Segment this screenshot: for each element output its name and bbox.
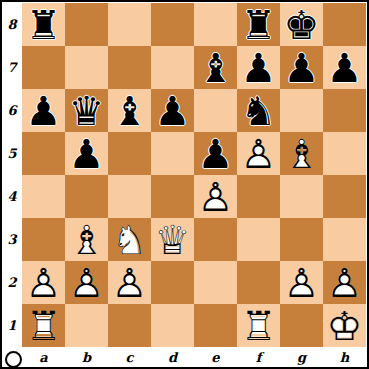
- file-label-b: b: [65, 348, 108, 367]
- black-pawn-piece[interactable]: ♟: [69, 134, 105, 174]
- square-e8[interactable]: [194, 3, 237, 46]
- white-bishop-piece[interactable]: ♝♗: [69, 220, 105, 260]
- square-h2[interactable]: ♟♙: [323, 261, 366, 304]
- white-pawn-piece[interactable]: ♟♙: [284, 263, 320, 303]
- black-pawn-piece[interactable]: ♟: [26, 91, 62, 131]
- square-a7[interactable]: [22, 46, 65, 89]
- rank-label-2: 2: [2, 261, 22, 304]
- black-rook-piece[interactable]: ♜: [26, 5, 62, 45]
- white-piece-outline: ♖: [26, 303, 62, 349]
- square-c3[interactable]: ♞♘: [108, 218, 151, 261]
- file-label-a: a: [22, 348, 65, 367]
- square-c8[interactable]: [108, 3, 151, 46]
- square-d1[interactable]: [151, 304, 194, 347]
- white-piece-outline: ♘: [112, 217, 148, 263]
- chess-diagram: 87654321 ♜♜♚♝♟♟♟♟♛♝♟♞♟♟♟♙♝♗♟♙♝♗♞♘♛♕♟♙♟♙♟…: [0, 0, 369, 369]
- white-bishop-piece[interactable]: ♝♗: [284, 134, 320, 174]
- black-pawn-piece[interactable]: ♟: [284, 48, 320, 88]
- square-c5[interactable]: [108, 132, 151, 175]
- square-a2[interactable]: ♟♙: [22, 261, 65, 304]
- file-label-g: g: [280, 348, 323, 367]
- square-e5[interactable]: ♟: [194, 132, 237, 175]
- white-pawn-piece[interactable]: ♟♙: [26, 263, 62, 303]
- white-piece-outline: ♖: [241, 303, 277, 349]
- white-pawn-piece[interactable]: ♟♙: [241, 134, 277, 174]
- white-pawn-piece[interactable]: ♟♙: [327, 263, 363, 303]
- square-b6[interactable]: ♛: [65, 89, 108, 132]
- black-pawn-piece[interactable]: ♟: [155, 91, 191, 131]
- square-b3[interactable]: ♝♗: [65, 218, 108, 261]
- square-h6[interactable]: [323, 89, 366, 132]
- square-d7[interactable]: [151, 46, 194, 89]
- rank-label-3: 3: [2, 218, 22, 261]
- square-b5[interactable]: ♟: [65, 132, 108, 175]
- square-g3[interactable]: [280, 218, 323, 261]
- rank-label-7: 7: [2, 46, 22, 89]
- square-h4[interactable]: [323, 175, 366, 218]
- square-e3[interactable]: [194, 218, 237, 261]
- black-rook-piece[interactable]: ♜: [241, 5, 277, 45]
- square-b2[interactable]: ♟♙: [65, 261, 108, 304]
- square-c1[interactable]: [108, 304, 151, 347]
- square-h3[interactable]: [323, 218, 366, 261]
- square-c4[interactable]: [108, 175, 151, 218]
- square-b8[interactable]: [65, 3, 108, 46]
- file-label-c: c: [108, 348, 151, 367]
- rank-label-8: 8: [2, 3, 22, 46]
- square-c7[interactable]: [108, 46, 151, 89]
- square-h7[interactable]: ♟: [323, 46, 366, 89]
- white-piece-outline: ♙: [112, 260, 148, 306]
- square-d5[interactable]: [151, 132, 194, 175]
- file-label-e: e: [194, 348, 237, 367]
- square-g2[interactable]: ♟♙: [280, 261, 323, 304]
- square-g4[interactable]: [280, 175, 323, 218]
- square-e6[interactable]: [194, 89, 237, 132]
- black-king-piece[interactable]: ♚: [284, 5, 320, 45]
- square-a8[interactable]: ♜: [22, 3, 65, 46]
- black-knight-piece[interactable]: ♞: [241, 91, 277, 131]
- square-c2[interactable]: ♟♙: [108, 261, 151, 304]
- square-g7[interactable]: ♟: [280, 46, 323, 89]
- white-to-move-icon: [5, 351, 22, 368]
- square-f1[interactable]: ♜♖: [237, 304, 280, 347]
- black-pawn-piece[interactable]: ♟: [198, 134, 234, 174]
- rank-label-4: 4: [2, 175, 22, 218]
- white-piece-outline: ♙: [241, 131, 277, 177]
- square-f6[interactable]: ♞: [237, 89, 280, 132]
- square-d8[interactable]: [151, 3, 194, 46]
- square-g8[interactable]: ♚: [280, 3, 323, 46]
- square-d4[interactable]: [151, 175, 194, 218]
- square-g6[interactable]: [280, 89, 323, 132]
- white-piece-outline: ♙: [198, 174, 234, 220]
- square-b7[interactable]: [65, 46, 108, 89]
- square-f5[interactable]: ♟♙: [237, 132, 280, 175]
- white-piece-outline: ♙: [26, 260, 62, 306]
- square-g1[interactable]: [280, 304, 323, 347]
- black-pawn-piece[interactable]: ♟: [241, 48, 277, 88]
- rank-label-5: 5: [2, 132, 22, 175]
- white-rook-piece[interactable]: ♜♖: [241, 306, 277, 346]
- square-f2[interactable]: [237, 261, 280, 304]
- square-d2[interactable]: [151, 261, 194, 304]
- white-piece-outline: ♕: [155, 217, 191, 263]
- square-e4[interactable]: ♟♙: [194, 175, 237, 218]
- file-label-h: h: [323, 348, 366, 367]
- white-piece-outline: ♔: [327, 303, 363, 349]
- square-f7[interactable]: ♟: [237, 46, 280, 89]
- square-h8[interactable]: [323, 3, 366, 46]
- white-rook-piece[interactable]: ♜♖: [26, 306, 62, 346]
- rank-label-1: 1: [2, 304, 22, 347]
- square-h5[interactable]: [323, 132, 366, 175]
- square-c6[interactable]: ♝: [108, 89, 151, 132]
- square-a5[interactable]: [22, 132, 65, 175]
- rank-labels: 87654321: [2, 3, 22, 347]
- white-pawn-piece[interactable]: ♟♙: [198, 177, 234, 217]
- square-b4[interactable]: [65, 175, 108, 218]
- white-piece-outline: ♗: [69, 217, 105, 263]
- square-a1[interactable]: ♜♖: [22, 304, 65, 347]
- white-piece-outline: ♙: [327, 260, 363, 306]
- square-d3[interactable]: ♛♕: [151, 218, 194, 261]
- white-pawn-piece[interactable]: ♟♙: [112, 263, 148, 303]
- file-label-d: d: [151, 348, 194, 367]
- board: ♜♜♚♝♟♟♟♟♛♝♟♞♟♟♟♙♝♗♟♙♝♗♞♘♛♕♟♙♟♙♟♙♟♙♟♙♜♖♜♖…: [22, 3, 366, 347]
- white-knight-piece[interactable]: ♞♘: [112, 220, 148, 260]
- black-pawn-piece[interactable]: ♟: [327, 48, 363, 88]
- square-e2[interactable]: [194, 261, 237, 304]
- file-label-f: f: [237, 348, 280, 367]
- black-queen-piece[interactable]: ♛: [69, 91, 105, 131]
- rank-label-6: 6: [2, 89, 22, 132]
- square-g5[interactable]: ♝♗: [280, 132, 323, 175]
- square-b1[interactable]: [65, 304, 108, 347]
- white-queen-piece[interactable]: ♛♕: [155, 220, 191, 260]
- file-labels: abcdefgh: [22, 348, 366, 367]
- square-f4[interactable]: [237, 175, 280, 218]
- white-piece-outline: ♙: [284, 260, 320, 306]
- square-a6[interactable]: ♟: [22, 89, 65, 132]
- white-pawn-piece[interactable]: ♟♙: [69, 263, 105, 303]
- square-e1[interactable]: [194, 304, 237, 347]
- black-bishop-piece[interactable]: ♝: [198, 48, 234, 88]
- square-f3[interactable]: [237, 218, 280, 261]
- black-bishop-piece[interactable]: ♝: [112, 91, 148, 131]
- white-piece-outline: ♗: [284, 131, 320, 177]
- square-f8[interactable]: ♜: [237, 3, 280, 46]
- white-piece-outline: ♙: [69, 260, 105, 306]
- square-e7[interactable]: ♝: [194, 46, 237, 89]
- square-h1[interactable]: ♚♔: [323, 304, 366, 347]
- square-a3[interactable]: [22, 218, 65, 261]
- square-a4[interactable]: [22, 175, 65, 218]
- square-d6[interactable]: ♟: [151, 89, 194, 132]
- white-king-piece[interactable]: ♚♔: [327, 306, 363, 346]
